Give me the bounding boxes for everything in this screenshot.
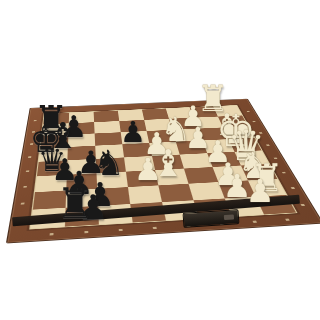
- white-pawn-a2: ♟: [244, 175, 276, 207]
- black-rook-a8: ♜: [54, 183, 96, 225]
- white-pawn-c4: ♟: [133, 154, 164, 185]
- product-photo: ♜♟♜♝♟♞♟♚♝♟♚♟♛♟♛♟♞♝♞♟♟♟♜♟♟♟♟♟♜: [0, 0, 320, 320]
- pieces-layer: ♜♟♜♝♟♞♟♚♝♟♚♟♛♟♛♟♞♝♞♟♟♟♜♟♟♟♟♟♜: [0, 0, 320, 320]
